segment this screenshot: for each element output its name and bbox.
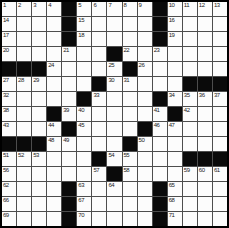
crossword-cell[interactable] <box>183 137 197 151</box>
black-square <box>17 62 31 76</box>
black-square <box>62 122 76 136</box>
crossword-cell[interactable]: 66 <box>2 197 16 211</box>
crossword-cell[interactable] <box>213 32 227 46</box>
crossword-cell[interactable] <box>32 107 46 121</box>
crossword-cell[interactable] <box>77 137 91 151</box>
crossword-cell[interactable]: 51 <box>2 152 16 166</box>
crossword-cell[interactable]: 56 <box>2 167 16 181</box>
crossword-cell[interactable]: 32 <box>2 92 16 106</box>
black-square <box>213 152 227 166</box>
clue-number: 34 <box>169 92 175 98</box>
crossword-cell[interactable]: 40 <box>77 107 91 121</box>
crossword-cell[interactable]: 4 <box>47 2 61 16</box>
black-square <box>153 2 167 16</box>
crossword-cell[interactable] <box>17 32 31 46</box>
clue-number: 51 <box>3 152 9 158</box>
crossword-cell[interactable]: 33 <box>92 92 106 106</box>
crossword-cell[interactable]: 50 <box>138 137 152 151</box>
black-square <box>168 107 182 121</box>
crossword-cell[interactable]: 48 <box>47 137 61 151</box>
black-square <box>32 137 46 151</box>
crossword-cell[interactable]: 54 <box>107 152 121 166</box>
crossword-cell[interactable] <box>123 32 137 46</box>
clue-number: 43 <box>3 122 9 128</box>
clue-number: 57 <box>93 167 99 173</box>
clue-number: 29 <box>33 77 39 83</box>
clue-number: 58 <box>124 167 130 173</box>
clue-number: 67 <box>78 197 84 203</box>
clue-number: 65 <box>169 182 175 188</box>
clue-number: 24 <box>48 62 54 68</box>
crossword-cell[interactable] <box>92 197 106 211</box>
crossword-cell[interactable]: 26 <box>138 62 152 76</box>
clue-number: 28 <box>18 77 24 83</box>
black-square <box>2 62 16 76</box>
crossword-cell[interactable] <box>138 32 152 46</box>
clue-number: 71 <box>169 212 175 218</box>
crossword-cell[interactable] <box>198 212 212 226</box>
clue-number: 12 <box>199 2 205 8</box>
clue-number: 60 <box>199 167 205 173</box>
crossword-cell[interactable]: 9 <box>138 2 152 16</box>
black-square <box>2 137 16 151</box>
crossword-cell[interactable] <box>62 62 76 76</box>
crossword-cell[interactable] <box>92 107 106 121</box>
crossword-cell[interactable] <box>168 152 182 166</box>
crossword-cell[interactable] <box>213 137 227 151</box>
clue-number: 68 <box>169 197 175 203</box>
crossword-cell[interactable]: 38 <box>2 107 16 121</box>
crossword-cell[interactable]: 15 <box>77 17 91 31</box>
crossword-cell[interactable] <box>123 17 137 31</box>
black-square <box>138 122 152 136</box>
crossword-cell[interactable] <box>47 197 61 211</box>
black-square <box>107 167 121 181</box>
crossword-cell[interactable] <box>17 92 31 106</box>
crossword-cell[interactable]: 63 <box>77 182 91 196</box>
black-square <box>153 17 167 31</box>
clue-number: 5 <box>78 2 81 8</box>
clue-number: 25 <box>108 62 114 68</box>
crossword-cell[interactable] <box>92 137 106 151</box>
crossword-cell[interactable] <box>123 197 137 211</box>
crossword-cell[interactable] <box>62 77 76 91</box>
crossword-cell[interactable] <box>77 47 91 61</box>
clue-number: 44 <box>48 122 54 128</box>
crossword-cell[interactable]: 47 <box>168 122 182 136</box>
crossword-cell[interactable]: 24 <box>47 62 61 76</box>
crossword-cell[interactable]: 6 <box>92 2 106 16</box>
crossword-cell[interactable] <box>198 17 212 31</box>
black-square <box>123 62 137 76</box>
crossword-cell[interactable] <box>213 107 227 121</box>
crossword-cell[interactable]: 71 <box>168 212 182 226</box>
crossword-cell[interactable] <box>17 17 31 31</box>
crossword-cell[interactable] <box>47 152 61 166</box>
crossword-cell[interactable] <box>198 182 212 196</box>
crossword-cell[interactable] <box>183 62 197 76</box>
black-square <box>32 62 46 76</box>
clue-number: 23 <box>154 47 160 53</box>
clue-number: 13 <box>214 2 220 8</box>
clue-number: 18 <box>78 32 84 38</box>
crossword-cell[interactable] <box>17 47 31 61</box>
black-square <box>62 32 76 46</box>
crossword-cell[interactable] <box>138 17 152 31</box>
crossword-cell[interactable] <box>213 47 227 61</box>
crossword-cell[interactable] <box>107 92 121 106</box>
crossword-cell[interactable] <box>32 182 46 196</box>
crossword-cell[interactable]: 65 <box>168 182 182 196</box>
crossword-cell[interactable] <box>107 197 121 211</box>
clue-number: 50 <box>139 137 145 143</box>
clue-number: 14 <box>3 17 9 23</box>
crossword-cell[interactable]: 44 <box>47 122 61 136</box>
crossword-cell[interactable] <box>47 92 61 106</box>
crossword-cell[interactable] <box>47 212 61 226</box>
crossword-cell[interactable]: 46 <box>153 122 167 136</box>
crossword-cell[interactable] <box>183 212 197 226</box>
crossword-cell[interactable] <box>123 122 137 136</box>
crossword-cell[interactable] <box>138 212 152 226</box>
crossword-cell[interactable]: 34 <box>168 92 182 106</box>
crossword-cell[interactable]: 18 <box>77 32 91 46</box>
clue-number: 36 <box>199 92 205 98</box>
crossword-cell[interactable] <box>138 197 152 211</box>
crossword-cell[interactable] <box>168 62 182 76</box>
crossword-cell[interactable] <box>62 167 76 181</box>
crossword-cell[interactable] <box>153 77 167 91</box>
crossword-cell[interactable] <box>77 62 91 76</box>
crossword-cell[interactable] <box>123 212 137 226</box>
crossword-cell[interactable]: 29 <box>32 77 46 91</box>
crossword-cell[interactable]: 11 <box>183 2 197 16</box>
clue-number: 41 <box>154 107 160 113</box>
crossword-cell[interactable] <box>17 182 31 196</box>
clue-number: 2 <box>18 2 21 8</box>
crossword-cell[interactable] <box>47 167 61 181</box>
crossword-cell[interactable] <box>32 47 46 61</box>
clue-number: 59 <box>184 167 190 173</box>
clue-number: 53 <box>33 152 39 158</box>
crossword-cell[interactable] <box>153 167 167 181</box>
crossword-cell[interactable] <box>32 17 46 31</box>
crossword-cell[interactable] <box>107 17 121 31</box>
crossword-cell[interactable]: 70 <box>77 212 91 226</box>
crossword-cell[interactable] <box>168 77 182 91</box>
crossword-cell[interactable]: 7 <box>107 2 121 16</box>
crossword-cell[interactable]: 22 <box>123 47 137 61</box>
clue-number: 56 <box>3 167 9 173</box>
crossword-cell[interactable]: 16 <box>168 17 182 31</box>
clue-number: 3 <box>33 2 36 8</box>
clue-number: 26 <box>139 62 145 68</box>
clue-number: 8 <box>124 2 127 8</box>
black-square <box>62 17 76 31</box>
crossword-cell[interactable]: 43 <box>2 122 16 136</box>
clue-number: 1 <box>3 2 6 8</box>
crossword-cell[interactable]: 36 <box>198 92 212 106</box>
crossword-cell[interactable] <box>92 32 106 46</box>
crossword-cell[interactable] <box>47 17 61 31</box>
clue-number: 38 <box>3 107 9 113</box>
crossword-cell[interactable] <box>107 122 121 136</box>
black-square <box>153 212 167 226</box>
crossword-cell[interactable]: 31 <box>123 77 137 91</box>
clue-number: 10 <box>169 2 175 8</box>
crossword-cell[interactable] <box>107 107 121 121</box>
crossword-cell[interactable] <box>153 62 167 76</box>
black-square <box>198 77 212 91</box>
crossword-cell[interactable]: 59 <box>183 167 197 181</box>
crossword-cell[interactable]: 14 <box>2 17 16 31</box>
crossword-cell[interactable] <box>32 122 46 136</box>
crossword-cell[interactable] <box>198 137 212 151</box>
black-square <box>62 197 76 211</box>
clue-number: 31 <box>124 77 130 83</box>
crossword-cell[interactable] <box>77 77 91 91</box>
crossword-cell[interactable]: 41 <box>153 107 167 121</box>
crossword-cell[interactable] <box>107 212 121 226</box>
crossword-cell[interactable] <box>62 152 76 166</box>
crossword-cell[interactable] <box>138 152 152 166</box>
crossword-cell[interactable] <box>107 32 121 46</box>
crossword-cell[interactable] <box>107 137 121 151</box>
crossword-cell[interactable] <box>32 197 46 211</box>
clue-number: 66 <box>3 197 9 203</box>
crossword-cell[interactable] <box>183 47 197 61</box>
crossword-cell[interactable]: 61 <box>213 167 227 181</box>
crossword-cell[interactable]: 23 <box>153 47 167 61</box>
crossword-cell[interactable] <box>183 182 197 196</box>
crossword-cell[interactable] <box>213 197 227 211</box>
crossword-cell[interactable] <box>92 212 106 226</box>
black-square <box>153 197 167 211</box>
clue-number: 27 <box>3 77 9 83</box>
crossword-cell[interactable] <box>138 167 152 181</box>
crossword-cell[interactable]: 35 <box>183 92 197 106</box>
crossword-cell[interactable]: 42 <box>183 107 197 121</box>
clue-number: 48 <box>48 137 54 143</box>
clue-number: 39 <box>63 107 69 113</box>
black-square <box>198 152 212 166</box>
black-square <box>213 77 227 91</box>
crossword-cell[interactable] <box>32 92 46 106</box>
crossword-cell[interactable] <box>92 182 106 196</box>
clue-number: 40 <box>78 107 84 113</box>
crossword-cell[interactable] <box>47 47 61 61</box>
black-square <box>62 182 76 196</box>
crossword-cell[interactable]: 1 <box>2 2 16 16</box>
crossword-cell[interactable] <box>92 17 106 31</box>
crossword-cell[interactable] <box>153 137 167 151</box>
crossword-cell[interactable]: 8 <box>123 2 137 16</box>
clue-number: 61 <box>214 167 220 173</box>
crossword-cell[interactable] <box>168 167 182 181</box>
crossword-cell[interactable]: 57 <box>92 167 106 181</box>
clue-number: 20 <box>3 47 9 53</box>
clue-number: 22 <box>124 47 130 53</box>
crossword-cell[interactable] <box>62 92 76 106</box>
crossword-cell[interactable] <box>92 62 106 76</box>
clue-number: 54 <box>108 152 114 158</box>
crossword-cell[interactable] <box>92 47 106 61</box>
black-square <box>92 152 106 166</box>
clue-number: 6 <box>93 2 96 8</box>
clue-number: 55 <box>124 152 130 158</box>
crossword-cell[interactable]: 53 <box>32 152 46 166</box>
clue-number: 45 <box>78 122 84 128</box>
crossword-cell[interactable] <box>198 197 212 211</box>
crossword-cell[interactable]: 25 <box>107 62 121 76</box>
clue-number: 63 <box>78 182 84 188</box>
crossword-cell[interactable] <box>213 212 227 226</box>
clue-number: 69 <box>3 212 9 218</box>
crossword-cell[interactable]: 45 <box>77 122 91 136</box>
black-square <box>153 32 167 46</box>
clue-number: 64 <box>108 182 114 188</box>
crossword-cell[interactable] <box>77 152 91 166</box>
black-square <box>92 77 106 91</box>
black-square <box>153 182 167 196</box>
black-square <box>47 107 61 121</box>
crossword-cell[interactable]: 68 <box>168 197 182 211</box>
crossword-cell[interactable] <box>198 107 212 121</box>
crossword-cell[interactable]: 67 <box>77 197 91 211</box>
black-square <box>153 92 167 106</box>
crossword-cell[interactable] <box>17 107 31 121</box>
crossword-cell[interactable]: 12 <box>198 2 212 16</box>
crossword-cell[interactable] <box>198 62 212 76</box>
crossword-cell[interactable] <box>183 122 197 136</box>
black-square <box>77 92 91 106</box>
clue-number: 49 <box>63 137 69 143</box>
clue-number: 32 <box>3 92 9 98</box>
clue-number: 47 <box>169 122 175 128</box>
crossword-cell[interactable] <box>138 182 152 196</box>
clue-number: 7 <box>108 2 111 8</box>
crossword-cell[interactable] <box>138 77 152 91</box>
crossword-cell[interactable]: 60 <box>198 167 212 181</box>
clue-number: 35 <box>184 92 190 98</box>
crossword-grid: 1234567891011121314151617181920212223242… <box>0 0 229 228</box>
clue-number: 21 <box>63 47 69 53</box>
crossword-cell[interactable]: 55 <box>123 152 137 166</box>
crossword-cell[interactable] <box>198 47 212 61</box>
clue-number: 30 <box>108 77 114 83</box>
crossword-cell[interactable] <box>183 32 197 46</box>
clue-number: 19 <box>169 32 175 38</box>
crossword-cell[interactable]: 17 <box>2 32 16 46</box>
clue-number: 37 <box>214 92 220 98</box>
crossword-cell[interactable] <box>168 137 182 151</box>
black-square <box>62 212 76 226</box>
crossword-cell[interactable] <box>123 107 137 121</box>
crossword-cell[interactable]: 58 <box>123 167 137 181</box>
crossword-cell[interactable] <box>198 122 212 136</box>
crossword-cell[interactable] <box>138 92 152 106</box>
crossword-cell[interactable]: 30 <box>107 77 121 91</box>
crossword-cell[interactable] <box>17 197 31 211</box>
crossword-cell[interactable]: 37 <box>213 92 227 106</box>
crossword-cell[interactable] <box>47 32 61 46</box>
crossword-cell[interactable] <box>92 122 106 136</box>
clue-number: 9 <box>139 2 142 8</box>
crossword-cell[interactable] <box>47 182 61 196</box>
crossword-cell[interactable] <box>153 152 167 166</box>
clue-number: 42 <box>184 107 190 113</box>
crossword-cell[interactable] <box>168 47 182 61</box>
black-square <box>183 152 197 166</box>
clue-number: 17 <box>3 32 9 38</box>
crossword-cell[interactable]: 52 <box>17 152 31 166</box>
crossword-cell[interactable]: 27 <box>2 77 16 91</box>
black-square <box>17 137 31 151</box>
crossword-cell[interactable] <box>123 92 137 106</box>
crossword-cell[interactable] <box>32 32 46 46</box>
crossword-cell[interactable]: 39 <box>62 107 76 121</box>
black-square <box>107 47 121 61</box>
crossword-cell[interactable]: 28 <box>17 77 31 91</box>
clue-number: 70 <box>78 212 84 218</box>
crossword-cell[interactable] <box>123 182 137 196</box>
clue-number: 52 <box>18 152 24 158</box>
crossword-cell[interactable]: 21 <box>62 47 76 61</box>
clue-number: 11 <box>184 2 189 8</box>
crossword-cell[interactable]: 49 <box>62 137 76 151</box>
crossword-cell[interactable] <box>17 167 31 181</box>
crossword-cell[interactable] <box>198 32 212 46</box>
crossword-cell[interactable] <box>138 47 152 61</box>
clue-number: 33 <box>93 92 99 98</box>
crossword-cell[interactable] <box>47 77 61 91</box>
crossword-cell[interactable] <box>213 17 227 31</box>
crossword-cell[interactable] <box>32 167 46 181</box>
black-square <box>123 137 137 151</box>
crossword-cell[interactable] <box>213 122 227 136</box>
black-square <box>62 2 76 16</box>
crossword-cell[interactable] <box>213 182 227 196</box>
crossword-cell[interactable]: 64 <box>107 182 121 196</box>
black-square <box>183 77 197 91</box>
crossword-cell[interactable]: 19 <box>168 32 182 46</box>
crossword-cell[interactable]: 2 <box>17 2 31 16</box>
clue-number: 62 <box>3 182 9 188</box>
crossword-cell[interactable] <box>138 107 152 121</box>
crossword-cell[interactable] <box>17 212 31 226</box>
crossword-cell[interactable]: 10 <box>168 2 182 16</box>
crossword-cell[interactable]: 62 <box>2 182 16 196</box>
crossword-cell[interactable] <box>77 167 91 181</box>
crossword-cell[interactable] <box>32 212 46 226</box>
crossword-cell[interactable] <box>213 62 227 76</box>
clue-number: 16 <box>169 17 175 23</box>
crossword-cell[interactable] <box>183 197 197 211</box>
clue-number: 15 <box>78 17 84 23</box>
crossword-cell[interactable]: 5 <box>77 2 91 16</box>
crossword-cell[interactable]: 69 <box>2 212 16 226</box>
crossword-cell[interactable]: 13 <box>213 2 227 16</box>
crossword-cell[interactable]: 20 <box>2 47 16 61</box>
crossword-cell[interactable] <box>17 122 31 136</box>
crossword-cell[interactable]: 3 <box>32 2 46 16</box>
crossword-cell[interactable] <box>183 17 197 31</box>
clue-number: 4 <box>48 2 51 8</box>
clue-number: 46 <box>154 122 160 128</box>
